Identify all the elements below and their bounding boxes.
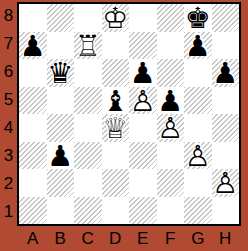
file-label-d: D: [102, 226, 130, 251]
square-a4[interactable]: [19, 114, 47, 142]
square-b7[interactable]: [47, 32, 75, 60]
square-f5[interactable]: ♟♟: [157, 87, 185, 115]
square-h8[interactable]: [212, 4, 240, 32]
black-bishop[interactable]: ♝: [102, 87, 128, 114]
square-g6[interactable]: [184, 59, 212, 87]
square-g7[interactable]: ♟♟: [184, 32, 212, 60]
chess-board: ♚♔♚♚♟♟♜♖♟♟♛♛♟♟♟♟♝♝♟♙♟♟♛♕♟♙♟♟♟♙♟♙: [17, 2, 241, 226]
square-h5[interactable]: [212, 87, 240, 115]
file-label-b: B: [47, 226, 75, 251]
square-f6[interactable]: [157, 59, 185, 87]
square-h6[interactable]: ♟♟: [212, 59, 240, 87]
black-pawn[interactable]: ♟: [212, 60, 238, 87]
square-a7[interactable]: ♟♟: [19, 32, 47, 60]
rank-label-6: 6: [0, 58, 17, 86]
square-d2[interactable]: [102, 169, 130, 197]
square-h1[interactable]: [212, 197, 240, 225]
square-f2[interactable]: [157, 169, 185, 197]
square-h4[interactable]: [212, 114, 240, 142]
square-b2[interactable]: [47, 169, 75, 197]
square-g1[interactable]: [184, 197, 212, 225]
rank-label-4: 4: [0, 114, 17, 142]
square-e6[interactable]: ♟♟: [129, 59, 157, 87]
square-d6[interactable]: [102, 59, 130, 87]
square-e7[interactable]: [129, 32, 157, 60]
chess-diagram-frame: 87654321 ♚♔♚♚♟♟♜♖♟♟♛♛♟♟♟♟♝♝♟♙♟♟♛♕♟♙♟♟♟♙♟…: [0, 0, 248, 251]
square-g3[interactable]: ♟♙: [184, 142, 212, 170]
black-queen[interactable]: ♛: [47, 60, 73, 87]
square-c8[interactable]: [74, 4, 102, 32]
square-a8[interactable]: [19, 4, 47, 32]
square-h7[interactable]: [212, 32, 240, 60]
square-c7[interactable]: ♜♖: [74, 32, 102, 60]
square-g4[interactable]: [184, 114, 212, 142]
square-e5[interactable]: ♟♙: [129, 87, 157, 115]
black-king[interactable]: ♚: [185, 5, 211, 32]
black-pawn[interactable]: ♟: [157, 87, 183, 114]
square-g2[interactable]: [184, 169, 212, 197]
white-pawn[interactable]: ♙: [212, 170, 238, 197]
square-c1[interactable]: [74, 197, 102, 225]
square-e8[interactable]: [129, 4, 157, 32]
square-c6[interactable]: [74, 59, 102, 87]
file-label-f: F: [157, 226, 185, 251]
square-d8[interactable]: ♚♔: [102, 4, 130, 32]
rank-label-8: 8: [0, 2, 17, 30]
rank-label-2: 2: [0, 170, 17, 198]
square-h3[interactable]: [212, 142, 240, 170]
square-d4[interactable]: ♛♕: [102, 114, 130, 142]
square-f4[interactable]: ♟♙: [157, 114, 185, 142]
rank-labels: 87654321: [0, 2, 17, 226]
square-c3[interactable]: [74, 142, 102, 170]
black-pawn[interactable]: ♟: [185, 32, 211, 59]
square-b3[interactable]: ♟♟: [47, 142, 75, 170]
square-b1[interactable]: [47, 197, 75, 225]
square-c4[interactable]: [74, 114, 102, 142]
square-e3[interactable]: [129, 142, 157, 170]
white-queen[interactable]: ♕: [102, 115, 128, 142]
square-e2[interactable]: [129, 169, 157, 197]
white-pawn[interactable]: ♙: [130, 87, 156, 114]
file-label-h: H: [212, 226, 240, 251]
square-a2[interactable]: [19, 169, 47, 197]
square-d3[interactable]: [102, 142, 130, 170]
square-b6[interactable]: ♛♛: [47, 59, 75, 87]
square-f8[interactable]: [157, 4, 185, 32]
square-a1[interactable]: [19, 197, 47, 225]
white-pawn[interactable]: ♙: [185, 142, 211, 169]
file-label-c: C: [74, 226, 102, 251]
file-label-e: E: [129, 226, 157, 251]
black-pawn[interactable]: ♟: [130, 60, 156, 87]
black-pawn[interactable]: ♟: [47, 142, 73, 169]
square-b5[interactable]: [47, 87, 75, 115]
square-g5[interactable]: [184, 87, 212, 115]
square-d5[interactable]: ♝♝: [102, 87, 130, 115]
file-labels: ABCDEFGH: [19, 226, 239, 251]
square-f1[interactable]: [157, 197, 185, 225]
square-b8[interactable]: [47, 4, 75, 32]
square-a5[interactable]: [19, 87, 47, 115]
square-e1[interactable]: [129, 197, 157, 225]
square-c2[interactable]: [74, 169, 102, 197]
square-e4[interactable]: [129, 114, 157, 142]
rank-label-3: 3: [0, 142, 17, 170]
square-a6[interactable]: [19, 59, 47, 87]
square-g8[interactable]: ♚♚: [184, 4, 212, 32]
white-pawn[interactable]: ♙: [157, 115, 183, 142]
white-rook[interactable]: ♖: [75, 32, 101, 59]
square-d7[interactable]: [102, 32, 130, 60]
rank-label-7: 7: [0, 30, 17, 58]
square-d1[interactable]: [102, 197, 130, 225]
file-label-a: A: [19, 226, 47, 251]
square-a3[interactable]: [19, 142, 47, 170]
file-label-g: G: [184, 226, 212, 251]
square-f3[interactable]: [157, 142, 185, 170]
rank-label-5: 5: [0, 86, 17, 114]
square-c5[interactable]: [74, 87, 102, 115]
rank-label-1: 1: [0, 198, 17, 226]
square-f7[interactable]: [157, 32, 185, 60]
square-h2[interactable]: ♟♙: [212, 169, 240, 197]
square-b4[interactable]: [47, 114, 75, 142]
white-king[interactable]: ♔: [102, 5, 128, 32]
black-pawn[interactable]: ♟: [20, 32, 46, 59]
